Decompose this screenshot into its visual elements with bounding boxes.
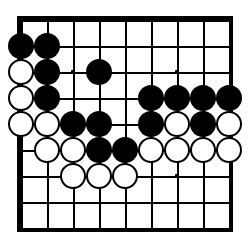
white-stone bbox=[8, 85, 34, 111]
stones-layer bbox=[8, 7, 242, 241]
white-stone bbox=[190, 137, 216, 163]
white-stone bbox=[60, 137, 86, 163]
white-stone bbox=[112, 163, 138, 189]
black-stone bbox=[34, 85, 60, 111]
black-stone bbox=[112, 137, 138, 163]
black-stone bbox=[34, 59, 60, 85]
white-stone bbox=[216, 111, 242, 137]
black-stone bbox=[8, 33, 34, 59]
black-stone bbox=[86, 111, 112, 137]
black-stone bbox=[216, 85, 242, 111]
black-stone bbox=[86, 137, 112, 163]
hoshi-point bbox=[71, 70, 76, 75]
white-stone bbox=[164, 137, 190, 163]
white-stone bbox=[86, 163, 112, 189]
hoshi-point bbox=[175, 70, 180, 75]
black-stone bbox=[190, 85, 216, 111]
black-stone bbox=[190, 111, 216, 137]
hoshi-point bbox=[175, 174, 180, 179]
black-stone bbox=[34, 33, 60, 59]
white-stone bbox=[60, 163, 86, 189]
black-stone bbox=[60, 111, 86, 137]
white-stone bbox=[164, 111, 190, 137]
white-stone bbox=[8, 59, 34, 85]
black-stone bbox=[86, 59, 112, 85]
black-stone bbox=[138, 85, 164, 111]
black-stone bbox=[138, 111, 164, 137]
white-stone bbox=[8, 111, 34, 137]
black-stone bbox=[164, 85, 190, 111]
go-board bbox=[17, 16, 233, 232]
page-background bbox=[0, 0, 250, 250]
white-stone bbox=[138, 137, 164, 163]
white-stone bbox=[34, 111, 60, 137]
white-stone bbox=[34, 137, 60, 163]
white-stone bbox=[216, 137, 242, 163]
